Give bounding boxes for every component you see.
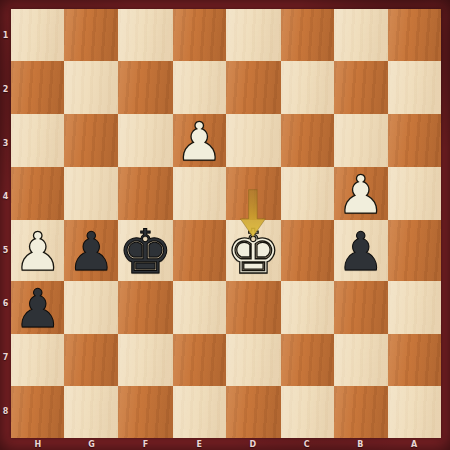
- white-king[interactable]: ♚: [226, 221, 281, 282]
- rank-label-6: 6: [0, 277, 11, 331]
- square-a3[interactable]: [388, 114, 441, 167]
- white-pawn[interactable]: ♟: [14, 225, 62, 278]
- square-g5[interactable]: ♟: [64, 220, 117, 281]
- square-h1[interactable]: [11, 9, 64, 61]
- square-e3[interactable]: ♟: [173, 114, 226, 167]
- square-h2[interactable]: [11, 61, 64, 113]
- square-c7[interactable]: [281, 334, 334, 386]
- black-pawn[interactable]: ♟: [337, 225, 385, 278]
- rank-label-7: 7: [0, 331, 11, 385]
- file-label-d: D: [226, 438, 280, 450]
- board-frame: ♟♟♟♟♚♚♟♟ 12345678 HGFEDCBA: [0, 0, 450, 450]
- white-pawn[interactable]: ♟: [337, 168, 385, 221]
- square-g2[interactable]: [64, 61, 117, 113]
- square-a6[interactable]: [388, 281, 441, 334]
- square-b5[interactable]: ♟: [334, 220, 387, 281]
- square-c6[interactable]: [281, 281, 334, 334]
- square-f1[interactable]: [118, 9, 173, 61]
- square-c3[interactable]: [281, 114, 334, 167]
- black-king[interactable]: ♚: [118, 221, 173, 282]
- square-c4[interactable]: [281, 167, 334, 220]
- file-labels: HGFEDCBA: [11, 438, 441, 450]
- square-b6[interactable]: [334, 281, 387, 334]
- square-e1[interactable]: [173, 9, 226, 61]
- square-c1[interactable]: [281, 9, 334, 61]
- rank-label-4: 4: [0, 170, 11, 224]
- square-h4[interactable]: [11, 167, 64, 220]
- square-e4[interactable]: [173, 167, 226, 220]
- black-pawn[interactable]: ♟: [67, 225, 115, 278]
- square-g6[interactable]: [64, 281, 117, 334]
- square-g8[interactable]: [64, 386, 117, 438]
- square-b7[interactable]: [334, 334, 387, 386]
- chess-board: ♟♟♟♟♚♚♟♟: [11, 9, 441, 438]
- square-c2[interactable]: [281, 61, 334, 113]
- square-e8[interactable]: [173, 386, 226, 438]
- square-d2[interactable]: [226, 61, 281, 113]
- square-f8[interactable]: [118, 386, 173, 438]
- square-g1[interactable]: [64, 9, 117, 61]
- square-e6[interactable]: [173, 281, 226, 334]
- square-e7[interactable]: [173, 334, 226, 386]
- square-f2[interactable]: [118, 61, 173, 113]
- square-d8[interactable]: [226, 386, 281, 438]
- square-b3[interactable]: [334, 114, 387, 167]
- file-label-h: H: [11, 438, 65, 450]
- square-e5[interactable]: [173, 220, 226, 281]
- square-f4[interactable]: [118, 167, 173, 220]
- square-b1[interactable]: [334, 9, 387, 61]
- square-a4[interactable]: [388, 167, 441, 220]
- square-e2[interactable]: [173, 61, 226, 113]
- square-g7[interactable]: [64, 334, 117, 386]
- square-a2[interactable]: [388, 61, 441, 113]
- rank-label-5: 5: [0, 224, 11, 278]
- square-a1[interactable]: [388, 9, 441, 61]
- file-label-g: G: [65, 438, 119, 450]
- rank-labels: 12345678: [0, 9, 11, 438]
- rank-label-3: 3: [0, 116, 11, 170]
- square-b8[interactable]: [334, 386, 387, 438]
- square-f3[interactable]: [118, 114, 173, 167]
- rank-label-1: 1: [0, 9, 11, 63]
- square-d3[interactable]: [226, 114, 281, 167]
- square-c5[interactable]: [281, 220, 334, 281]
- square-h5[interactable]: ♟: [11, 220, 64, 281]
- square-f6[interactable]: [118, 281, 173, 334]
- white-pawn[interactable]: ♟: [176, 115, 224, 168]
- square-g3[interactable]: [64, 114, 117, 167]
- square-c8[interactable]: [281, 386, 334, 438]
- file-label-e: E: [172, 438, 226, 450]
- rank-label-2: 2: [0, 63, 11, 117]
- square-f5[interactable]: ♚: [118, 220, 173, 281]
- square-h6[interactable]: ♟: [11, 281, 64, 334]
- square-d1[interactable]: [226, 9, 281, 61]
- square-b2[interactable]: [334, 61, 387, 113]
- black-pawn[interactable]: ♟: [14, 282, 62, 335]
- square-a5[interactable]: [388, 220, 441, 281]
- square-h7[interactable]: [11, 334, 64, 386]
- square-d6[interactable]: [226, 281, 281, 334]
- file-label-b: B: [334, 438, 388, 450]
- square-f7[interactable]: [118, 334, 173, 386]
- square-g4[interactable]: [64, 167, 117, 220]
- square-h3[interactable]: [11, 114, 64, 167]
- file-label-a: A: [387, 438, 441, 450]
- square-d4[interactable]: [226, 167, 281, 220]
- file-label-c: C: [280, 438, 334, 450]
- file-label-f: F: [119, 438, 173, 450]
- square-a8[interactable]: [388, 386, 441, 438]
- square-a7[interactable]: [388, 334, 441, 386]
- square-d7[interactable]: [226, 334, 281, 386]
- square-d5[interactable]: ♚: [226, 220, 281, 281]
- square-b4[interactable]: ♟: [334, 167, 387, 220]
- rank-label-8: 8: [0, 384, 11, 438]
- square-h8[interactable]: [11, 386, 64, 438]
